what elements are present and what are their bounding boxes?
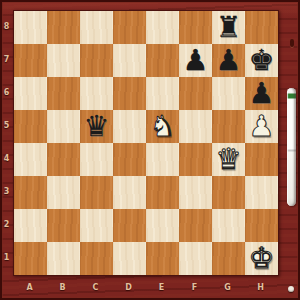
square-f2[interactable] [179, 209, 212, 242]
piece-black-rook-g8[interactable]: ♜ [216, 11, 242, 44]
square-g7[interactable]: ♟ [212, 44, 245, 77]
piece-white-knight-e5[interactable]: ♞ [150, 110, 176, 143]
rank-label-8: 8 [0, 10, 13, 43]
piece-white-pawn-h5[interactable]: ♟ [249, 110, 275, 143]
square-b4[interactable] [47, 143, 80, 176]
file-label-b: B [46, 274, 79, 300]
piece-white-queen-g4[interactable]: ♛ [216, 143, 242, 176]
square-h1[interactable]: ♚ [245, 242, 278, 275]
piece-black-pawn-h6[interactable]: ♟ [249, 77, 275, 110]
square-a1[interactable] [14, 242, 47, 275]
square-c2[interactable] [80, 209, 113, 242]
square-f6[interactable] [179, 77, 212, 110]
square-e6[interactable] [146, 77, 179, 110]
square-d2[interactable] [113, 209, 146, 242]
square-b3[interactable] [47, 176, 80, 209]
square-g1[interactable] [212, 242, 245, 275]
piece-black-pawn-g7[interactable]: ♟ [216, 44, 242, 77]
square-b1[interactable] [47, 242, 80, 275]
square-b7[interactable] [47, 44, 80, 77]
square-e2[interactable] [146, 209, 179, 242]
square-f7[interactable]: ♟ [179, 44, 212, 77]
square-c5[interactable]: ♛ [80, 110, 113, 143]
square-f4[interactable] [179, 143, 212, 176]
rank-label-6: 6 [0, 76, 13, 109]
frame-screw-bottom-icon [288, 286, 294, 292]
rank-label-5: 5 [0, 109, 13, 142]
square-b2[interactable] [47, 209, 80, 242]
rank-label-4: 4 [0, 142, 13, 175]
square-a7[interactable] [14, 44, 47, 77]
square-e3[interactable] [146, 176, 179, 209]
square-c7[interactable] [80, 44, 113, 77]
square-a8[interactable] [14, 11, 47, 44]
square-a5[interactable] [14, 110, 47, 143]
square-c8[interactable] [80, 11, 113, 44]
square-a3[interactable] [14, 176, 47, 209]
piece-black-queen-c5[interactable]: ♛ [84, 110, 110, 143]
square-e8[interactable] [146, 11, 179, 44]
square-d6[interactable] [113, 77, 146, 110]
rank-label-2: 2 [0, 208, 13, 241]
square-c6[interactable] [80, 77, 113, 110]
rank-label-1: 1 [0, 241, 13, 274]
square-h6[interactable]: ♟ [245, 77, 278, 110]
piece-black-king-h7[interactable]: ♚ [249, 44, 275, 77]
square-a4[interactable] [14, 143, 47, 176]
square-c3[interactable] [80, 176, 113, 209]
square-d4[interactable] [113, 143, 146, 176]
square-g2[interactable] [212, 209, 245, 242]
chess-board[interactable]: ♜♟♟♚♟♛♞♟♛♚ [13, 10, 279, 276]
square-h5[interactable]: ♟ [245, 110, 278, 143]
chess-board-frame: 87654321 ♜♟♟♚♟♛♞♟♛♚ ABCDEFGH [0, 0, 300, 300]
square-b6[interactable] [47, 77, 80, 110]
square-g6[interactable] [212, 77, 245, 110]
square-a6[interactable] [14, 77, 47, 110]
square-e7[interactable] [146, 44, 179, 77]
file-label-c: C [79, 274, 112, 300]
square-d7[interactable] [113, 44, 146, 77]
scrollbar-thumb[interactable] [287, 88, 296, 206]
square-f5[interactable] [179, 110, 212, 143]
square-d3[interactable] [113, 176, 146, 209]
square-h7[interactable]: ♚ [245, 44, 278, 77]
file-label-a: A [13, 274, 46, 300]
square-f8[interactable] [179, 11, 212, 44]
square-f3[interactable] [179, 176, 212, 209]
file-label-h: H [244, 274, 277, 300]
square-g3[interactable] [212, 176, 245, 209]
square-e5[interactable]: ♞ [146, 110, 179, 143]
square-a2[interactable] [14, 209, 47, 242]
square-b5[interactable] [47, 110, 80, 143]
square-h3[interactable] [245, 176, 278, 209]
rank-labels: 87654321 [0, 10, 13, 274]
square-d5[interactable] [113, 110, 146, 143]
rank-label-7: 7 [0, 43, 13, 76]
square-b8[interactable] [47, 11, 80, 44]
file-labels: ABCDEFGH [13, 274, 277, 300]
square-f1[interactable] [179, 242, 212, 275]
file-label-f: F [178, 274, 211, 300]
square-e4[interactable] [146, 143, 179, 176]
square-c1[interactable] [80, 242, 113, 275]
square-c4[interactable] [80, 143, 113, 176]
frame-screw-top-icon [290, 39, 294, 47]
square-h8[interactable] [245, 11, 278, 44]
square-g4[interactable]: ♛ [212, 143, 245, 176]
square-d8[interactable] [113, 11, 146, 44]
square-d1[interactable] [113, 242, 146, 275]
rank-label-3: 3 [0, 175, 13, 208]
square-g8[interactable]: ♜ [212, 11, 245, 44]
square-g5[interactable] [212, 110, 245, 143]
file-label-g: G [211, 274, 244, 300]
piece-white-king-h1[interactable]: ♚ [249, 242, 275, 275]
square-h2[interactable] [245, 209, 278, 242]
square-h4[interactable] [245, 143, 278, 176]
file-label-d: D [112, 274, 145, 300]
square-e1[interactable] [146, 242, 179, 275]
piece-black-pawn-f7[interactable]: ♟ [183, 44, 209, 77]
file-label-e: E [145, 274, 178, 300]
